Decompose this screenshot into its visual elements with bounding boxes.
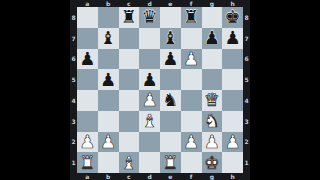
square-f5[interactable]	[181, 69, 202, 90]
square-f4[interactable]	[181, 90, 202, 111]
file-label-c: c	[119, 173, 140, 180]
rank-label-7: 7	[70, 28, 77, 49]
black-bishop: ♝	[100, 29, 116, 47]
square-a7[interactable]	[77, 28, 98, 49]
square-h1[interactable]	[222, 152, 243, 173]
square-c3[interactable]	[119, 111, 140, 132]
square-g8[interactable]	[202, 7, 223, 28]
square-e1[interactable]: ♜	[160, 152, 181, 173]
board-squares: ♜♛♜♚♝♝♟♟♟♟♟♟♟♟♞♛♝♞♟♟♟♟♟♜♝♜♚	[77, 7, 243, 173]
square-d2[interactable]	[139, 132, 160, 153]
square-b6[interactable]	[98, 49, 119, 70]
white-bishop: ♝	[142, 112, 158, 130]
square-d1[interactable]	[139, 152, 160, 173]
file-label-c: c	[119, 0, 140, 7]
square-f3[interactable]	[181, 111, 202, 132]
square-g2[interactable]: ♟	[202, 132, 223, 153]
square-e6[interactable]: ♟	[160, 49, 181, 70]
white-rook: ♜	[79, 153, 95, 171]
chess-board: abcdefgh abcdefgh 87654321 87654321 ♜♛♜♚…	[70, 0, 250, 180]
black-pawn: ♟	[225, 29, 241, 47]
square-a8[interactable]	[77, 7, 98, 28]
white-pawn: ♟	[183, 49, 199, 67]
square-a2[interactable]: ♟	[77, 132, 98, 153]
square-g5[interactable]	[202, 69, 223, 90]
square-c6[interactable]	[119, 49, 140, 70]
white-pawn: ♟	[100, 132, 116, 150]
file-label-e: e	[160, 0, 181, 7]
square-f2[interactable]: ♟	[181, 132, 202, 153]
file-label-h: h	[222, 173, 243, 180]
file-label-b: b	[98, 0, 119, 7]
rank-labels-left: 87654321	[70, 7, 77, 173]
square-f7[interactable]	[181, 28, 202, 49]
square-h6[interactable]	[222, 49, 243, 70]
square-g3[interactable]: ♞	[202, 111, 223, 132]
square-c7[interactable]	[119, 28, 140, 49]
letterbox-left	[0, 0, 70, 180]
black-bishop: ♝	[162, 29, 178, 47]
video-frame: abcdefgh abcdefgh 87654321 87654321 ♜♛♜♚…	[0, 0, 320, 180]
rank-label-5: 5	[70, 69, 77, 90]
black-pawn: ♟	[142, 70, 158, 88]
square-c5[interactable]	[119, 69, 140, 90]
file-labels-bottom: abcdefgh	[77, 173, 243, 180]
square-d7[interactable]	[139, 28, 160, 49]
white-bishop: ♝	[121, 153, 137, 171]
square-b1[interactable]	[98, 152, 119, 173]
file-label-d: d	[139, 173, 160, 180]
rank-label-1: 1	[70, 152, 77, 173]
rank-label-3: 3	[243, 111, 250, 132]
file-label-e: e	[160, 173, 181, 180]
file-label-f: f	[181, 0, 202, 7]
square-e2[interactable]	[160, 132, 181, 153]
rank-label-4: 4	[243, 90, 250, 111]
black-knight: ♞	[162, 91, 178, 109]
square-b5[interactable]: ♟	[98, 69, 119, 90]
white-knight: ♞	[204, 112, 220, 130]
file-label-g: g	[202, 173, 223, 180]
square-h7[interactable]: ♟	[222, 28, 243, 49]
file-label-h: h	[222, 0, 243, 7]
rank-label-3: 3	[70, 111, 77, 132]
white-king: ♚	[204, 153, 220, 171]
file-label-d: d	[139, 0, 160, 7]
square-h8[interactable]: ♚	[222, 7, 243, 28]
square-b2[interactable]: ♟	[98, 132, 119, 153]
square-d4[interactable]: ♟	[139, 90, 160, 111]
file-labels-top: abcdefgh	[77, 0, 243, 7]
black-rook: ♜	[121, 8, 137, 26]
square-a1[interactable]: ♜	[77, 152, 98, 173]
black-rook: ♜	[183, 8, 199, 26]
white-pawn: ♟	[204, 132, 220, 150]
square-a5[interactable]	[77, 69, 98, 90]
white-rook: ♜	[162, 153, 178, 171]
square-d5[interactable]: ♟	[139, 69, 160, 90]
rank-label-6: 6	[243, 49, 250, 70]
file-label-a: a	[77, 0, 98, 7]
square-b7[interactable]: ♝	[98, 28, 119, 49]
square-c2[interactable]	[119, 132, 140, 153]
square-g7[interactable]: ♟	[202, 28, 223, 49]
square-e3[interactable]	[160, 111, 181, 132]
letterbox-right	[250, 0, 320, 180]
black-pawn: ♟	[79, 49, 95, 67]
square-d3[interactable]: ♝	[139, 111, 160, 132]
white-queen: ♛	[204, 91, 220, 109]
black-queen: ♛	[142, 8, 158, 26]
rank-label-7: 7	[243, 28, 250, 49]
white-pawn: ♟	[79, 132, 95, 150]
rank-label-6: 6	[70, 49, 77, 70]
square-a4[interactable]	[77, 90, 98, 111]
square-f8[interactable]: ♜	[181, 7, 202, 28]
file-label-f: f	[181, 173, 202, 180]
rank-label-2: 2	[70, 132, 77, 153]
rank-label-8: 8	[243, 7, 250, 28]
square-b8[interactable]	[98, 7, 119, 28]
black-king: ♚	[225, 8, 241, 26]
rank-label-4: 4	[70, 90, 77, 111]
file-label-b: b	[98, 173, 119, 180]
square-h5[interactable]	[222, 69, 243, 90]
square-a3[interactable]	[77, 111, 98, 132]
square-e5[interactable]	[160, 69, 181, 90]
square-c8[interactable]: ♜	[119, 7, 140, 28]
rank-label-2: 2	[243, 132, 250, 153]
rank-labels-right: 87654321	[243, 7, 250, 173]
rank-label-8: 8	[70, 7, 77, 28]
rank-label-1: 1	[243, 152, 250, 173]
black-pawn: ♟	[100, 70, 116, 88]
file-label-a: a	[77, 173, 98, 180]
black-pawn: ♟	[162, 49, 178, 67]
square-d8[interactable]: ♛	[139, 7, 160, 28]
square-g1[interactable]: ♚	[202, 152, 223, 173]
square-a6[interactable]: ♟	[77, 49, 98, 70]
square-c4[interactable]	[119, 90, 140, 111]
square-b4[interactable]	[98, 90, 119, 111]
square-c1[interactable]: ♝	[119, 152, 140, 173]
square-d6[interactable]	[139, 49, 160, 70]
square-e8[interactable]	[160, 7, 181, 28]
square-e7[interactable]: ♝	[160, 28, 181, 49]
white-pawn: ♟	[142, 91, 158, 109]
square-b3[interactable]	[98, 111, 119, 132]
square-h4[interactable]	[222, 90, 243, 111]
file-label-g: g	[202, 0, 223, 7]
rank-label-5: 5	[243, 69, 250, 90]
square-g4[interactable]: ♛	[202, 90, 223, 111]
white-pawn: ♟	[183, 132, 199, 150]
square-h2[interactable]: ♟	[222, 132, 243, 153]
square-g6[interactable]	[202, 49, 223, 70]
black-pawn: ♟	[204, 29, 220, 47]
square-f1[interactable]	[181, 152, 202, 173]
white-pawn: ♟	[225, 132, 241, 150]
square-f6[interactable]: ♟	[181, 49, 202, 70]
square-e4[interactable]: ♞	[160, 90, 181, 111]
square-h3[interactable]	[222, 111, 243, 132]
